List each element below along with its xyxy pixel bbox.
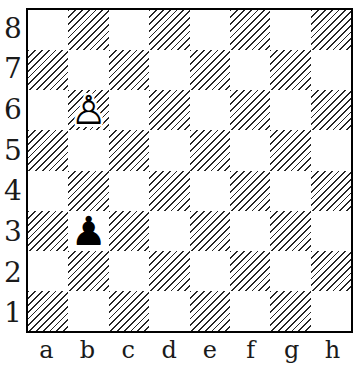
square-a8 bbox=[28, 10, 68, 50]
square-f4 bbox=[230, 171, 270, 211]
square-e2 bbox=[190, 251, 230, 291]
square-c4 bbox=[109, 171, 149, 211]
square-g2 bbox=[270, 251, 310, 291]
square-e4 bbox=[190, 171, 230, 211]
square-b4 bbox=[68, 171, 108, 211]
square-h3 bbox=[311, 211, 351, 251]
square-d7 bbox=[149, 50, 189, 90]
file-label-h: h bbox=[312, 333, 353, 367]
square-h8 bbox=[311, 10, 351, 50]
rank-label-6: 6 bbox=[0, 89, 26, 130]
square-h1 bbox=[311, 291, 351, 331]
white-pawn: ♟♙ bbox=[68, 90, 108, 130]
file-label-g: g bbox=[271, 333, 312, 367]
square-f2 bbox=[230, 251, 270, 291]
square-h6 bbox=[311, 90, 351, 130]
square-b3: ♟ bbox=[68, 211, 108, 251]
square-g4 bbox=[270, 171, 310, 211]
rank-label-8: 8 bbox=[0, 8, 26, 49]
square-d6 bbox=[149, 90, 189, 130]
square-b8 bbox=[68, 10, 108, 50]
white-pawn-outline: ♙ bbox=[68, 90, 108, 130]
file-label-d: d bbox=[149, 333, 190, 367]
square-h2 bbox=[311, 251, 351, 291]
file-label-c: c bbox=[108, 333, 149, 367]
square-g3 bbox=[270, 211, 310, 251]
rank-label-1: 1 bbox=[0, 292, 26, 333]
square-d5 bbox=[149, 130, 189, 170]
square-g6 bbox=[270, 90, 310, 130]
square-a5 bbox=[28, 130, 68, 170]
square-d3 bbox=[149, 211, 189, 251]
square-a2 bbox=[28, 251, 68, 291]
black-pawn-glyph: ♟ bbox=[68, 211, 108, 251]
square-e1 bbox=[190, 291, 230, 331]
black-pawn: ♟ bbox=[68, 211, 108, 251]
square-e3 bbox=[190, 211, 230, 251]
square-c1 bbox=[109, 291, 149, 331]
square-d1 bbox=[149, 291, 189, 331]
square-b7 bbox=[68, 50, 108, 90]
square-f6 bbox=[230, 90, 270, 130]
square-c7 bbox=[109, 50, 149, 90]
square-c2 bbox=[109, 251, 149, 291]
square-c5 bbox=[109, 130, 149, 170]
square-h7 bbox=[311, 50, 351, 90]
square-f3 bbox=[230, 211, 270, 251]
square-g7 bbox=[270, 50, 310, 90]
file-label-b: b bbox=[67, 333, 108, 367]
rank-label-3: 3 bbox=[0, 211, 26, 252]
square-c3 bbox=[109, 211, 149, 251]
square-f7 bbox=[230, 50, 270, 90]
rank-label-7: 7 bbox=[0, 49, 26, 90]
square-h5 bbox=[311, 130, 351, 170]
square-a3 bbox=[28, 211, 68, 251]
square-b5 bbox=[68, 130, 108, 170]
square-d2 bbox=[149, 251, 189, 291]
square-b1 bbox=[68, 291, 108, 331]
square-a1 bbox=[28, 291, 68, 331]
square-f5 bbox=[230, 130, 270, 170]
square-e5 bbox=[190, 130, 230, 170]
square-f8 bbox=[230, 10, 270, 50]
square-b6: ♟♙ bbox=[68, 90, 108, 130]
square-g5 bbox=[270, 130, 310, 170]
square-g8 bbox=[270, 10, 310, 50]
square-c6 bbox=[109, 90, 149, 130]
square-f1 bbox=[230, 291, 270, 331]
square-d4 bbox=[149, 171, 189, 211]
file-label-e: e bbox=[190, 333, 231, 367]
chess-diagram: 87654321 ♟♙♟ abcdefgh bbox=[0, 0, 358, 367]
square-e7 bbox=[190, 50, 230, 90]
file-label-f: f bbox=[230, 333, 271, 367]
rank-label-2: 2 bbox=[0, 252, 26, 293]
file-labels: abcdefgh bbox=[26, 333, 353, 367]
square-e8 bbox=[190, 10, 230, 50]
square-a6 bbox=[28, 90, 68, 130]
square-h4 bbox=[311, 171, 351, 211]
rank-label-4: 4 bbox=[0, 171, 26, 212]
board: ♟♙♟ bbox=[26, 8, 353, 333]
square-b2 bbox=[68, 251, 108, 291]
rank-label-5: 5 bbox=[0, 130, 26, 171]
square-a7 bbox=[28, 50, 68, 90]
square-a4 bbox=[28, 171, 68, 211]
square-e6 bbox=[190, 90, 230, 130]
file-label-a: a bbox=[26, 333, 67, 367]
square-g1 bbox=[270, 291, 310, 331]
square-d8 bbox=[149, 10, 189, 50]
square-c8 bbox=[109, 10, 149, 50]
rank-labels: 87654321 bbox=[0, 8, 26, 333]
